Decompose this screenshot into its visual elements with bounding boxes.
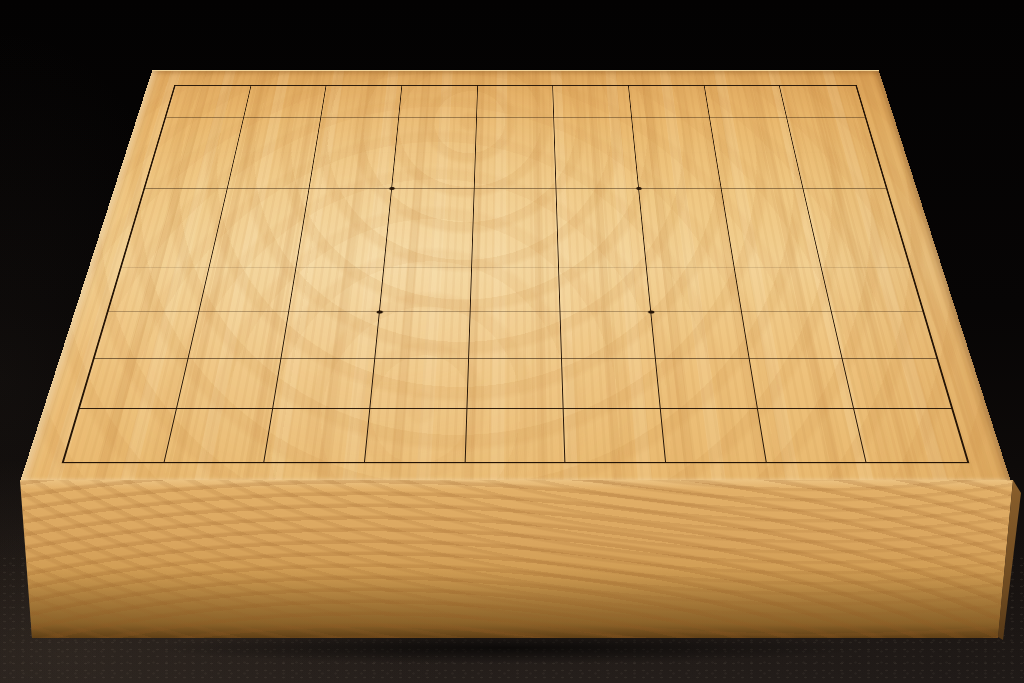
square-7g[interactable] [282, 312, 380, 359]
square-3d[interactable] [639, 189, 728, 228]
square-1g[interactable] [832, 312, 936, 359]
board-front-face [20, 480, 1013, 638]
square-8a[interactable] [244, 86, 327, 118]
square-9d[interactable] [134, 189, 228, 228]
square-9a[interactable] [166, 86, 251, 118]
square-4h[interactable] [562, 359, 660, 409]
square-1f[interactable] [822, 268, 923, 312]
square-6c[interactable] [392, 152, 476, 188]
square-6e[interactable] [384, 227, 473, 268]
square-5b[interactable] [476, 118, 556, 152]
square-4a[interactable] [553, 86, 632, 118]
square-7e[interactable] [297, 227, 389, 268]
square-7a[interactable] [321, 86, 402, 118]
square-9h[interactable] [80, 359, 188, 409]
hoshi-star-point [648, 310, 655, 313]
square-1a[interactable] [780, 86, 865, 118]
square-8e[interactable] [209, 227, 303, 268]
square-1b[interactable] [787, 118, 875, 152]
square-5d[interactable] [473, 189, 558, 228]
square-7d[interactable] [303, 189, 392, 228]
square-6d[interactable] [388, 189, 474, 228]
square-2a[interactable] [704, 86, 787, 118]
square-1i[interactable] [854, 409, 967, 463]
square-9b[interactable] [156, 118, 244, 152]
square-7f[interactable] [289, 268, 384, 312]
square-3f[interactable] [647, 268, 742, 312]
square-5c[interactable] [474, 152, 556, 188]
square-4g[interactable] [561, 312, 656, 359]
shogi-grid [62, 85, 970, 463]
square-7i[interactable] [265, 409, 371, 463]
square-4i[interactable] [564, 409, 666, 463]
square-6b[interactable] [396, 118, 477, 152]
square-2b[interactable] [710, 118, 796, 152]
square-2h[interactable] [749, 359, 854, 409]
square-3e[interactable] [643, 227, 735, 268]
square-2c[interactable] [715, 152, 803, 188]
square-9f[interactable] [108, 268, 209, 312]
square-7b[interactable] [316, 118, 399, 152]
square-8c[interactable] [227, 152, 315, 188]
square-8d[interactable] [218, 189, 309, 228]
square-3a[interactable] [629, 86, 710, 118]
square-4e[interactable] [558, 227, 647, 268]
square-1h[interactable] [843, 359, 951, 409]
square-3b[interactable] [632, 118, 715, 152]
square-5h[interactable] [467, 359, 564, 409]
square-9e[interactable] [121, 227, 218, 268]
square-3g[interactable] [651, 312, 749, 359]
square-6h[interactable] [370, 359, 468, 409]
square-2i[interactable] [758, 409, 867, 463]
square-6i[interactable] [365, 409, 467, 463]
square-9g[interactable] [95, 312, 199, 359]
square-5i[interactable] [465, 409, 565, 463]
square-2d[interactable] [721, 189, 812, 228]
photo-backdrop [0, 0, 1024, 683]
square-5g[interactable] [469, 312, 563, 359]
square-4d[interactable] [557, 189, 643, 228]
square-2f[interactable] [734, 268, 832, 312]
square-3c[interactable] [635, 152, 721, 188]
square-8b[interactable] [236, 118, 322, 152]
square-1d[interactable] [804, 189, 898, 228]
square-4f[interactable] [559, 268, 651, 312]
hoshi-star-point [636, 187, 642, 190]
square-1e[interactable] [813, 227, 910, 268]
square-2e[interactable] [728, 227, 822, 268]
square-1c[interactable] [795, 152, 886, 188]
square-9c[interactable] [145, 152, 236, 188]
square-8i[interactable] [164, 409, 273, 463]
square-4c[interactable] [555, 152, 639, 188]
square-9i[interactable] [64, 409, 177, 463]
board-top-surface [20, 70, 1011, 482]
square-3i[interactable] [661, 409, 767, 463]
square-8h[interactable] [177, 359, 282, 409]
square-5f[interactable] [470, 268, 560, 312]
square-4b[interactable] [554, 118, 635, 152]
square-3h[interactable] [656, 359, 758, 409]
square-5a[interactable] [477, 86, 555, 118]
square-2g[interactable] [742, 312, 843, 359]
square-7c[interactable] [310, 152, 396, 188]
square-8f[interactable] [199, 268, 297, 312]
square-6f[interactable] [380, 268, 472, 312]
square-6a[interactable] [399, 86, 478, 118]
square-8g[interactable] [188, 312, 289, 359]
square-6g[interactable] [375, 312, 470, 359]
square-7h[interactable] [273, 359, 375, 409]
square-5e[interactable] [472, 227, 560, 268]
